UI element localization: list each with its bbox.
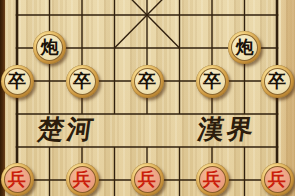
red-soldier[interactable]: 兵 — [131, 163, 164, 196]
black-soldier-glyph: 卒 — [199, 68, 226, 95]
red-soldier-glyph: 兵 — [134, 166, 161, 193]
red-soldier[interactable]: 兵 — [66, 163, 99, 196]
red-soldier-glyph: 兵 — [264, 166, 291, 193]
black-cannon[interactable]: 炮 — [33, 31, 66, 64]
black-soldier[interactable]: 卒 — [196, 65, 229, 98]
black-soldier-glyph: 卒 — [69, 68, 96, 95]
black-cannon-glyph: 炮 — [231, 34, 258, 61]
black-soldier[interactable]: 卒 — [131, 65, 164, 98]
red-soldier[interactable]: 兵 — [1, 163, 34, 196]
red-soldier-glyph: 兵 — [4, 166, 31, 193]
red-soldier[interactable]: 兵 — [261, 163, 294, 196]
black-soldier[interactable]: 卒 — [66, 65, 99, 98]
black-cannon[interactable]: 炮 — [228, 31, 261, 64]
black-soldier-glyph: 卒 — [134, 68, 161, 95]
black-cannon-glyph: 炮 — [36, 34, 63, 61]
black-soldier[interactable]: 卒 — [1, 65, 34, 98]
black-soldier-glyph: 卒 — [4, 68, 31, 95]
piece-layer: 炮炮卒卒卒卒卒兵兵兵兵兵 — [0, 0, 295, 196]
red-soldier-glyph: 兵 — [199, 166, 226, 193]
black-soldier-glyph: 卒 — [264, 68, 291, 95]
xiangqi-board[interactable]: 楚河 漢界 炮炮卒卒卒卒卒兵兵兵兵兵 — [0, 0, 295, 196]
red-soldier[interactable]: 兵 — [196, 163, 229, 196]
black-soldier[interactable]: 卒 — [261, 65, 294, 98]
red-soldier-glyph: 兵 — [69, 166, 96, 193]
